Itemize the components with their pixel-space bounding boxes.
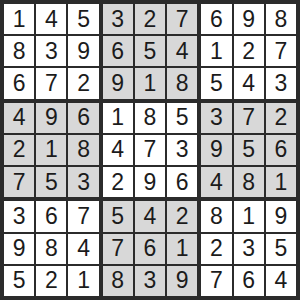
cell-r8c4[interactable]: 7 xyxy=(103,234,133,264)
cell-r6c1[interactable]: 7 xyxy=(4,167,34,197)
cell-r3c6[interactable]: 8 xyxy=(167,68,197,98)
cell-r8c5[interactable]: 6 xyxy=(135,234,165,264)
cell-r6c6[interactable]: 6 xyxy=(167,167,197,197)
cell-r1c9[interactable]: 8 xyxy=(266,4,296,34)
cell-r2c3[interactable]: 9 xyxy=(68,36,98,66)
cell-r5c2[interactable]: 1 xyxy=(36,135,66,165)
cell-r9c7[interactable]: 7 xyxy=(201,266,231,296)
box-5: 185473296 xyxy=(103,103,198,198)
cell-r2c8[interactable]: 2 xyxy=(234,36,264,66)
cell-r3c1[interactable]: 6 xyxy=(4,68,34,98)
cell-r7c4[interactable]: 5 xyxy=(103,201,133,231)
box-2: 327654918 xyxy=(103,4,198,99)
cell-r2c6[interactable]: 4 xyxy=(167,36,197,66)
cell-r8c3[interactable]: 4 xyxy=(68,234,98,264)
cell-r9c2[interactable]: 2 xyxy=(36,266,66,296)
box-6: 372956481 xyxy=(201,103,296,198)
cell-r5c8[interactable]: 5 xyxy=(234,135,264,165)
cell-r9c9[interactable]: 4 xyxy=(266,266,296,296)
cell-r6c9[interactable]: 1 xyxy=(266,167,296,197)
cell-r2c5[interactable]: 5 xyxy=(135,36,165,66)
cell-r1c4[interactable]: 3 xyxy=(103,4,133,34)
cell-r5c6[interactable]: 3 xyxy=(167,135,197,165)
cell-r4c6[interactable]: 5 xyxy=(167,103,197,133)
cell-r4c3[interactable]: 6 xyxy=(68,103,98,133)
cell-r1c2[interactable]: 4 xyxy=(36,4,66,34)
cell-r4c2[interactable]: 9 xyxy=(36,103,66,133)
cell-r3c4[interactable]: 9 xyxy=(103,68,133,98)
cell-r8c7[interactable]: 2 xyxy=(201,234,231,264)
box-4: 496218753 xyxy=(4,103,99,198)
cell-r4c4[interactable]: 1 xyxy=(103,103,133,133)
cell-r9c5[interactable]: 3 xyxy=(135,266,165,296)
cell-r6c5[interactable]: 9 xyxy=(135,167,165,197)
box-3: 698127543 xyxy=(201,4,296,99)
cell-r7c3[interactable]: 7 xyxy=(68,201,98,231)
cell-r1c6[interactable]: 7 xyxy=(167,4,197,34)
cell-r7c2[interactable]: 6 xyxy=(36,201,66,231)
cell-r4c8[interactable]: 7 xyxy=(234,103,264,133)
cell-r6c7[interactable]: 4 xyxy=(201,167,231,197)
cell-r2c9[interactable]: 7 xyxy=(266,36,296,66)
cell-r9c3[interactable]: 1 xyxy=(68,266,98,296)
sudoku-board: 145839672 327654918 698127543 496218753 … xyxy=(0,0,300,300)
cell-r7c8[interactable]: 1 xyxy=(234,201,264,231)
cell-r3c8[interactable]: 4 xyxy=(234,68,264,98)
box-8: 542761839 xyxy=(103,201,198,296)
box-1: 145839672 xyxy=(4,4,99,99)
cell-r3c7[interactable]: 5 xyxy=(201,68,231,98)
cell-r1c1[interactable]: 1 xyxy=(4,4,34,34)
cell-r1c7[interactable]: 6 xyxy=(201,4,231,34)
cell-r5c4[interactable]: 4 xyxy=(103,135,133,165)
cell-r7c7[interactable]: 8 xyxy=(201,201,231,231)
cell-r5c7[interactable]: 9 xyxy=(201,135,231,165)
cell-r2c7[interactable]: 1 xyxy=(201,36,231,66)
cell-r6c8[interactable]: 8 xyxy=(234,167,264,197)
cell-r5c9[interactable]: 6 xyxy=(266,135,296,165)
cell-r1c8[interactable]: 9 xyxy=(234,4,264,34)
cell-r6c2[interactable]: 5 xyxy=(36,167,66,197)
cell-r5c3[interactable]: 8 xyxy=(68,135,98,165)
cell-r9c4[interactable]: 8 xyxy=(103,266,133,296)
cell-r4c9[interactable]: 2 xyxy=(266,103,296,133)
cell-r5c1[interactable]: 2 xyxy=(4,135,34,165)
cell-r2c4[interactable]: 6 xyxy=(103,36,133,66)
cell-r9c6[interactable]: 9 xyxy=(167,266,197,296)
cell-r3c9[interactable]: 3 xyxy=(266,68,296,98)
cell-r2c1[interactable]: 8 xyxy=(4,36,34,66)
cell-r3c5[interactable]: 1 xyxy=(135,68,165,98)
cell-r7c6[interactable]: 2 xyxy=(167,201,197,231)
cell-r4c7[interactable]: 3 xyxy=(201,103,231,133)
cell-r2c2[interactable]: 3 xyxy=(36,36,66,66)
box-9: 819235764 xyxy=(201,201,296,296)
cell-r1c3[interactable]: 5 xyxy=(68,4,98,34)
cell-r8c2[interactable]: 8 xyxy=(36,234,66,264)
cell-r7c5[interactable]: 4 xyxy=(135,201,165,231)
cell-r5c5[interactable]: 7 xyxy=(135,135,165,165)
cell-r6c3[interactable]: 3 xyxy=(68,167,98,197)
cell-r8c8[interactable]: 3 xyxy=(234,234,264,264)
cell-r6c4[interactable]: 2 xyxy=(103,167,133,197)
cell-r4c5[interactable]: 8 xyxy=(135,103,165,133)
cell-r7c9[interactable]: 9 xyxy=(266,201,296,231)
cell-r8c6[interactable]: 1 xyxy=(167,234,197,264)
cell-r7c1[interactable]: 3 xyxy=(4,201,34,231)
box-7: 367984521 xyxy=(4,201,99,296)
cell-r4c1[interactable]: 4 xyxy=(4,103,34,133)
cell-r3c3[interactable]: 2 xyxy=(68,68,98,98)
cell-r8c1[interactable]: 9 xyxy=(4,234,34,264)
cell-r3c2[interactable]: 7 xyxy=(36,68,66,98)
cell-r8c9[interactable]: 5 xyxy=(266,234,296,264)
cell-r9c8[interactable]: 6 xyxy=(234,266,264,296)
cell-r1c5[interactable]: 2 xyxy=(135,4,165,34)
cell-r9c1[interactable]: 5 xyxy=(4,266,34,296)
